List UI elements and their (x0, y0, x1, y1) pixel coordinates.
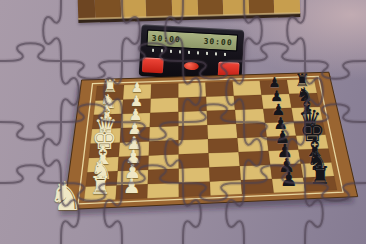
square-h8 (303, 176, 337, 191)
square-a2 (123, 84, 151, 99)
jigsaw-puzzle-photo[interactable]: 30:00 30:00 ♜♞♝♛♚♝♞♜♟♟♟♟♟♟♟♟♟♟♟♟♟♟♟♟♜♞♝♛… (0, 0, 366, 244)
square-d3 (149, 126, 178, 141)
square-d1 (91, 128, 121, 143)
square-b8 (289, 93, 320, 108)
square-f1 (87, 157, 119, 173)
square-e7 (267, 136, 299, 151)
square-h3 (147, 183, 179, 199)
square-a3 (151, 83, 179, 98)
square-d5 (207, 124, 237, 139)
square-g4 (179, 167, 210, 182)
square-e4 (179, 139, 209, 154)
chess-board (0, 0, 366, 244)
square-e6 (237, 137, 268, 152)
square-g3 (148, 169, 179, 185)
square-c7 (263, 108, 294, 123)
square-d6 (236, 123, 267, 138)
square-h2 (116, 184, 148, 200)
square-b4 (178, 97, 206, 112)
square-c6 (235, 109, 265, 124)
square-a1 (95, 85, 124, 100)
square-c5 (207, 110, 236, 125)
square-c8 (292, 107, 323, 122)
square-f3 (148, 154, 179, 170)
square-d7 (265, 122, 296, 137)
square-c1 (92, 114, 122, 129)
square-f8 (298, 148, 331, 163)
square-d2 (120, 127, 150, 142)
square-h7 (272, 177, 305, 192)
square-c2 (121, 113, 150, 128)
square-e8 (296, 135, 328, 150)
square-b3 (150, 98, 178, 113)
square-f5 (209, 152, 240, 167)
square-a7 (260, 80, 289, 95)
square-g7 (270, 164, 303, 179)
square-h5 (210, 180, 242, 195)
square-f6 (239, 151, 271, 166)
square-a4 (178, 83, 206, 98)
square-b5 (206, 96, 235, 111)
square-b2 (122, 99, 151, 114)
square-f4 (179, 153, 210, 168)
square-d8 (294, 121, 326, 136)
square-c3 (150, 112, 179, 127)
square-b7 (262, 94, 292, 109)
square-a6 (233, 81, 262, 96)
square-b6 (234, 95, 263, 110)
square-f2 (118, 156, 149, 172)
square-h6 (241, 179, 274, 194)
square-h4 (179, 181, 211, 197)
square-e3 (149, 140, 179, 155)
square-g1 (86, 171, 118, 187)
square-e5 (208, 138, 239, 153)
square-f7 (269, 150, 301, 165)
square-e1 (89, 142, 120, 158)
square-g8 (301, 162, 334, 177)
square-c4 (179, 111, 208, 126)
square-e2 (119, 141, 150, 156)
square-g6 (240, 165, 272, 180)
square-g2 (117, 170, 149, 186)
square-g5 (209, 166, 241, 181)
square-b1 (94, 99, 123, 114)
square-d4 (179, 125, 208, 140)
board-squares (84, 79, 337, 201)
square-h1 (84, 185, 117, 201)
square-a8 (287, 79, 317, 94)
square-a5 (206, 82, 234, 97)
